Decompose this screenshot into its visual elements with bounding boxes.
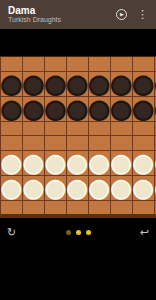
board-cell[interactable] xyxy=(45,201,66,215)
board-cell[interactable]: ● xyxy=(45,176,66,200)
white-piece[interactable]: ● xyxy=(1,175,22,199)
board-cell[interactable]: ● xyxy=(23,151,44,175)
board-cell[interactable] xyxy=(155,122,156,136)
dark-piece[interactable]: ● xyxy=(45,71,66,95)
board-cell[interactable]: ● xyxy=(111,151,132,175)
board-cell[interactable]: ● xyxy=(133,176,154,200)
board-cell[interactable]: ● xyxy=(89,72,110,96)
white-piece[interactable]: ● xyxy=(23,150,44,174)
board-cell[interactable] xyxy=(1,201,22,215)
dark-piece[interactable]: ● xyxy=(111,71,132,95)
overflow-menu-icon[interactable]: ⋮ xyxy=(137,9,148,20)
undo-button[interactable]: ↩ xyxy=(140,227,149,238)
play-circle-outline: ▶ xyxy=(116,9,127,20)
restart-button[interactable]: ↻ xyxy=(7,227,16,238)
dark-piece[interactable]: ● xyxy=(133,71,154,95)
board-cell[interactable] xyxy=(23,201,44,215)
dark-piece[interactable]: ● xyxy=(1,96,22,120)
board-cell[interactable]: ● xyxy=(133,72,154,96)
board-cell[interactable] xyxy=(23,122,44,136)
white-piece[interactable]: ● xyxy=(133,175,154,199)
dark-piece[interactable]: ● xyxy=(89,71,110,95)
dark-piece[interactable]: ● xyxy=(23,71,44,95)
board-cell[interactable] xyxy=(89,201,110,215)
white-piece[interactable]: ● xyxy=(111,150,132,174)
board-cell[interactable]: ● xyxy=(155,97,156,121)
board-cell[interactable]: ● xyxy=(1,151,22,175)
white-piece[interactable]: ● xyxy=(45,175,66,199)
play-circle-icon[interactable]: ▶ xyxy=(116,9,127,20)
dark-piece[interactable]: ● xyxy=(111,96,132,120)
board-cell[interactable]: ● xyxy=(23,72,44,96)
white-piece[interactable]: ● xyxy=(89,150,110,174)
board-cell[interactable] xyxy=(111,201,132,215)
white-piece[interactable]: ● xyxy=(67,175,88,199)
dark-piece[interactable]: ● xyxy=(23,96,44,120)
page-dot xyxy=(76,230,81,235)
board-cell[interactable]: ● xyxy=(133,151,154,175)
board-cell[interactable]: ● xyxy=(45,97,66,121)
white-piece[interactable]: ● xyxy=(133,150,154,174)
dark-piece[interactable]: ● xyxy=(89,96,110,120)
board-cell[interactable]: ● xyxy=(89,176,110,200)
white-piece[interactable]: ● xyxy=(23,175,44,199)
white-piece[interactable]: ● xyxy=(1,150,22,174)
board-cell[interactable]: ● xyxy=(1,97,22,121)
board-cell[interactable]: ● xyxy=(45,72,66,96)
board-cell[interactable] xyxy=(67,201,88,215)
board-cell[interactable] xyxy=(111,122,132,136)
dark-piece[interactable]: ● xyxy=(67,96,88,120)
app-title: Dama xyxy=(8,5,61,17)
app-bar: Dama Turkish Draughts ▶ ⋮ xyxy=(0,0,156,29)
board-cell[interactable]: ● xyxy=(89,97,110,121)
white-piece[interactable]: ● xyxy=(89,175,110,199)
board-cell[interactable] xyxy=(1,122,22,136)
board-cell[interactable] xyxy=(155,201,156,215)
board-cell[interactable]: ● xyxy=(155,151,156,175)
board-cell[interactable]: ● xyxy=(67,176,88,200)
white-piece[interactable]: ● xyxy=(155,150,156,174)
board-cell[interactable]: ● xyxy=(111,176,132,200)
board-cell[interactable]: ● xyxy=(67,97,88,121)
white-piece[interactable]: ● xyxy=(45,150,66,174)
page-indicator[interactable] xyxy=(66,230,91,235)
board-cell[interactable]: ● xyxy=(1,176,22,200)
dark-piece[interactable]: ● xyxy=(1,71,22,95)
dark-piece[interactable]: ● xyxy=(155,71,156,95)
board-cell[interactable] xyxy=(45,122,66,136)
board-cell[interactable]: ● xyxy=(111,97,132,121)
board-cell[interactable] xyxy=(67,122,88,136)
white-piece[interactable]: ● xyxy=(67,150,88,174)
board-cell[interactable]: ● xyxy=(1,72,22,96)
dark-piece[interactable]: ● xyxy=(67,71,88,95)
white-piece[interactable]: ● xyxy=(155,175,156,199)
page-dot xyxy=(86,230,91,235)
dark-piece[interactable]: ● xyxy=(45,96,66,120)
board-cell[interactable]: ● xyxy=(45,151,66,175)
board-cell[interactable]: ● xyxy=(133,97,154,121)
board-cell[interactable]: ● xyxy=(67,72,88,96)
board-cell[interactable]: ● xyxy=(155,72,156,96)
board-cell[interactable]: ● xyxy=(89,151,110,175)
app-screen: Dama Turkish Draughts ▶ ⋮ ●●●●●●●●●●●●●●… xyxy=(0,0,156,300)
dark-piece[interactable]: ● xyxy=(133,96,154,120)
board-cell[interactable]: ● xyxy=(23,176,44,200)
board: ●●●●●●●●●●●●●●●●●●●●●●●●●●●●●●●● xyxy=(0,56,156,218)
play-triangle-icon: ▶ xyxy=(120,12,124,17)
white-piece[interactable]: ● xyxy=(111,175,132,199)
board-cell[interactable] xyxy=(133,122,154,136)
board-cell[interactable]: ● xyxy=(23,97,44,121)
app-bar-actions: ▶ ⋮ xyxy=(116,9,148,20)
app-bar-titles: Dama Turkish Draughts xyxy=(8,5,61,25)
page-dot xyxy=(66,230,71,235)
bottom-toolbar: ↻ ↩ xyxy=(0,224,156,240)
board-cell[interactable]: ● xyxy=(111,72,132,96)
board-cell[interactable] xyxy=(133,201,154,215)
board-cell[interactable]: ● xyxy=(155,176,156,200)
board-cell[interactable]: ● xyxy=(67,151,88,175)
app-subtitle: Turkish Draughts xyxy=(8,16,61,24)
dark-piece[interactable]: ● xyxy=(155,96,156,120)
board-cell[interactable] xyxy=(89,122,110,136)
